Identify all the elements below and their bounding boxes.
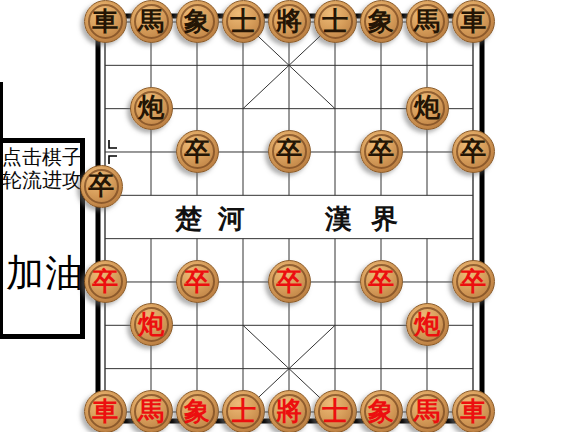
piece-black-advisor[interactable]: 士 (314, 0, 357, 43)
piece-black-elephant[interactable]: 象 (360, 0, 403, 43)
board-point: 車 (82, 0, 128, 43)
piece-character: 將 (276, 8, 302, 34)
board-point: 士 (312, 0, 358, 43)
piece-red-rook[interactable]: 車 (84, 390, 127, 432)
board-point: 士 (220, 0, 266, 43)
piece-character: 炮 (138, 311, 164, 337)
piece-character: 卒 (368, 138, 394, 164)
piece-character: 卒 (88, 172, 114, 198)
piece-character: 士 (322, 8, 348, 34)
piece-character: 象 (368, 8, 394, 34)
piece-red-soldier[interactable]: 卒 (268, 260, 311, 303)
piece-black-soldier[interactable]: 卒 (452, 130, 495, 173)
board-point: 士 (220, 390, 266, 432)
board-point: 將 (266, 0, 312, 43)
piece-red-knight[interactable]: 馬 (130, 390, 173, 432)
piece-black-cannon[interactable]: 炮 (406, 87, 449, 130)
board-point: 馬 (128, 0, 174, 43)
board-point: 象 (358, 0, 404, 43)
piece-character: 馬 (138, 398, 164, 424)
piece-character: 炮 (414, 311, 440, 337)
hint-line-2: 轮流进攻 (2, 168, 82, 192)
hint-line-1: 点击棋子 (2, 145, 82, 169)
piece-black-cannon[interactable]: 炮 (130, 87, 173, 130)
piece-character: 象 (184, 398, 210, 424)
piece-character: 象 (368, 398, 394, 424)
piece-red-advisor[interactable]: 士 (222, 390, 265, 432)
board-point: 車 (82, 390, 128, 432)
board-point: 士 (312, 390, 358, 432)
board-point: 象 (174, 390, 220, 432)
piece-character: 卒 (276, 268, 302, 294)
board-point: 卒 (450, 260, 496, 303)
piece-red-cannon[interactable]: 炮 (130, 303, 173, 346)
piece-red-elephant[interactable]: 象 (360, 390, 403, 432)
piece-red-soldier[interactable]: 卒 (84, 260, 127, 303)
piece-red-soldier[interactable]: 卒 (176, 260, 219, 303)
piece-character: 士 (230, 8, 256, 34)
board-point: 炮 (128, 303, 174, 346)
piece-red-cannon[interactable]: 炮 (406, 303, 449, 346)
board-point: 炮 (404, 303, 450, 346)
board-point: 車 (450, 0, 496, 43)
piece-character: 卒 (184, 138, 210, 164)
piece-red-soldier[interactable]: 卒 (360, 260, 403, 303)
piece-character: 炮 (414, 94, 440, 120)
board-point: 卒 (174, 260, 220, 303)
board-point: 卒 (266, 130, 312, 173)
left-edge-line (0, 82, 3, 138)
board-point: 卒 (82, 260, 128, 303)
xiangqi-app-window: 楚河 漢界 点击棋子轮流进攻 加油 車馬象士將士象馬車炮炮卒卒卒卒卒卒卒卒卒炮炮… (0, 0, 576, 432)
piece-character: 馬 (414, 398, 440, 424)
board-point: 象 (358, 390, 404, 432)
piece-black-soldier[interactable]: 卒 (176, 130, 219, 173)
piece-character: 卒 (368, 268, 394, 294)
piece-character: 卒 (92, 268, 118, 294)
piece-red-elephant[interactable]: 象 (176, 390, 219, 432)
piece-character: 卒 (184, 268, 210, 294)
board-point: 將 (266, 390, 312, 432)
board-point: 象 (174, 0, 220, 43)
piece-character: 卒 (460, 268, 486, 294)
piece-character: 士 (230, 398, 256, 424)
piece-character: 車 (460, 8, 486, 34)
piece-character: 將 (276, 398, 302, 424)
board-point: 炮 (404, 87, 450, 130)
piece-black-knight[interactable]: 馬 (130, 0, 173, 43)
piece-character: 車 (460, 398, 486, 424)
piece-character: 士 (322, 398, 348, 424)
piece-black-rook[interactable]: 車 (84, 0, 127, 43)
board-point: 卒 (174, 130, 220, 173)
piece-red-rook[interactable]: 車 (452, 390, 495, 432)
piece-black-soldier[interactable]: 卒 (360, 130, 403, 173)
piece-character: 卒 (276, 138, 302, 164)
cheer-text: 加油 (6, 248, 84, 299)
board-point: 卒 (450, 130, 496, 173)
board-point: 卒 (358, 130, 404, 173)
piece-red-knight[interactable]: 馬 (406, 390, 449, 432)
board-point: 卒 (358, 260, 404, 303)
piece-black-advisor[interactable]: 士 (222, 0, 265, 43)
piece-red-soldier[interactable]: 卒 (452, 260, 495, 303)
piece-character: 車 (92, 398, 118, 424)
piece-character: 炮 (138, 94, 164, 120)
piece-red-king[interactable]: 將 (268, 390, 311, 432)
piece-black-king[interactable]: 將 (268, 0, 311, 43)
piece-black-rook[interactable]: 車 (452, 0, 495, 43)
piece-black-elephant[interactable]: 象 (176, 0, 219, 43)
piece-character: 馬 (414, 8, 440, 34)
piece-character: 車 (92, 8, 118, 34)
piece-black-soldier[interactable]: 卒 (268, 130, 311, 173)
board-point: 卒 (266, 260, 312, 303)
board-point: 馬 (404, 390, 450, 432)
board-point: 馬 (404, 0, 450, 43)
hint-text: 点击棋子轮流进攻 (2, 146, 82, 192)
piece-character: 馬 (138, 8, 164, 34)
pieces-layer: 車馬象士將士象馬車炮炮卒卒卒卒卒卒卒卒卒炮炮車馬象士將士象馬車 (82, 0, 496, 432)
piece-character: 象 (184, 8, 210, 34)
board-point: 炮 (128, 87, 174, 130)
board-point: 馬 (128, 390, 174, 432)
piece-character: 卒 (460, 138, 486, 164)
piece-black-soldier[interactable]: 卒 (80, 165, 123, 208)
piece-red-advisor[interactable]: 士 (314, 390, 357, 432)
board-point: 車 (450, 390, 496, 432)
piece-black-knight[interactable]: 馬 (406, 0, 449, 43)
